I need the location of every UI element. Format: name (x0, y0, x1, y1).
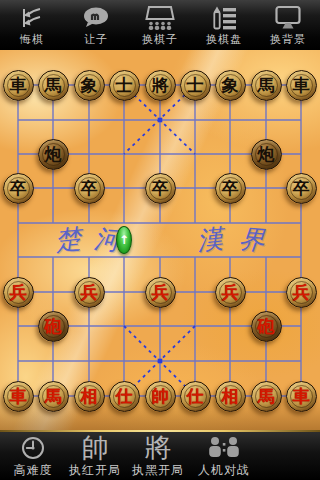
piece-black-chariot-left[interactable]: 車 (3, 70, 34, 101)
human-vs-computer-button[interactable]: 人机对战 (189, 432, 259, 478)
bottom-toolbar: 高难度 帥 执红开局 將 执黑开局 人机对战 (0, 430, 320, 480)
piece-black-elephant-left[interactable]: 象 (74, 70, 105, 101)
clock-icon (0, 432, 68, 463)
top-toolbar: 悔棋 让子 (0, 0, 320, 50)
two-players-icon (189, 432, 259, 463)
piece-black-elephant-right[interactable]: 象 (215, 70, 246, 101)
undo-move-button[interactable]: 悔棋 (0, 0, 64, 50)
piece-red-cannon-left[interactable]: 砲 (38, 311, 69, 342)
piece-red-soldier-2[interactable]: 兵 (74, 277, 105, 308)
play-red-label: 执红开局 (60, 463, 130, 477)
piece-black-horse-left[interactable]: 馬 (38, 70, 69, 101)
handicap-button[interactable]: 让子 (64, 0, 128, 50)
undo-move-label: 悔棋 (20, 33, 44, 47)
change-background-button[interactable]: 换背景 (256, 0, 320, 50)
river-char-chu: 楚 (53, 221, 83, 259)
play-black-label: 执黑开局 (123, 463, 193, 477)
piece-black-soldier-3[interactable]: 卒 (145, 173, 176, 204)
piece-red-soldier-5[interactable]: 兵 (286, 277, 317, 308)
pencil-list-icon (210, 3, 238, 33)
piece-black-general[interactable]: 將 (145, 70, 176, 101)
piece-red-elephant-right[interactable]: 相 (215, 381, 246, 412)
piece-black-soldier-5[interactable]: 卒 (286, 173, 317, 204)
piece-red-advisor-right[interactable]: 仕 (180, 381, 211, 412)
piece-black-chariot-right[interactable]: 車 (286, 70, 317, 101)
piece-red-soldier-1[interactable]: 兵 (3, 277, 34, 308)
human-vs-computer-label: 人机对战 (189, 463, 259, 477)
top-palace-center-mark (158, 118, 163, 123)
up-arrow-icon: ↑ (119, 233, 129, 247)
change-pieces-label: 换棋子 (142, 33, 178, 47)
piece-red-elephant-left[interactable]: 相 (74, 381, 105, 412)
difficulty-label: 高难度 (0, 463, 68, 477)
piece-red-soldier-4[interactable]: 兵 (215, 277, 246, 308)
piece-red-advisor-left[interactable]: 仕 (109, 381, 140, 412)
flip-board-button[interactable]: ↑ (116, 226, 132, 254)
monitor-icon (273, 3, 303, 33)
piece-red-horse-left[interactable]: 馬 (38, 381, 69, 412)
shuai-glyph-icon: 帥 (82, 433, 109, 463)
piece-red-chariot-left[interactable]: 車 (3, 381, 34, 412)
piece-black-cannon-left[interactable]: 炮 (38, 139, 69, 170)
change-board-button[interactable]: 换棋盘 (192, 0, 256, 50)
board-grid (0, 50, 320, 430)
river-char-jie: 界 (238, 221, 267, 258)
piece-black-cannon-right[interactable]: 炮 (251, 139, 282, 170)
piece-black-advisor-left[interactable]: 士 (109, 70, 140, 101)
screen-audience-icon (144, 3, 176, 33)
piece-red-cannon-right[interactable]: 砲 (251, 311, 282, 342)
app-screen: 悔棋 让子 (0, 0, 320, 480)
piece-red-chariot-right[interactable]: 車 (286, 381, 317, 412)
speech-bubble-m-icon (82, 3, 110, 33)
piece-red-soldier-3[interactable]: 兵 (145, 277, 176, 308)
piece-black-advisor-right[interactable]: 士 (180, 70, 211, 101)
piece-black-soldier-1[interactable]: 卒 (3, 173, 34, 204)
bottom-palace-center-mark (158, 359, 163, 364)
river-char-han: 漢 (195, 221, 225, 259)
piece-black-soldier-2[interactable]: 卒 (74, 173, 105, 204)
jiang-glyph-icon: 將 (145, 433, 172, 463)
piece-black-horse-right[interactable]: 馬 (251, 70, 282, 101)
undo-arrows-icon (19, 3, 45, 33)
xiangqi-board[interactable]: 楚 河 漢 界 ↑ 車馬象士將士象馬車炮炮卒卒卒卒卒兵兵兵兵兵砲砲車馬相仕帥仕相… (0, 50, 320, 430)
piece-black-soldier-4[interactable]: 卒 (215, 173, 246, 204)
handicap-label: 让子 (84, 33, 108, 47)
play-black-button[interactable]: 將 执黑开局 (123, 432, 193, 478)
difficulty-button[interactable]: 高难度 (0, 432, 68, 478)
change-pieces-button[interactable]: 换棋子 (128, 0, 192, 50)
change-background-label: 换背景 (270, 33, 306, 47)
piece-red-horse-right[interactable]: 馬 (251, 381, 282, 412)
change-board-label: 换棋盘 (206, 33, 242, 47)
play-red-button[interactable]: 帥 执红开局 (60, 432, 130, 478)
piece-red-general[interactable]: 帥 (145, 381, 176, 412)
